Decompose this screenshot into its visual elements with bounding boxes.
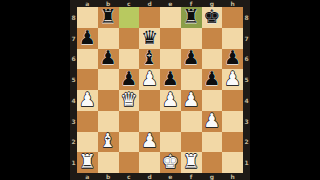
square-g5[interactable]: ♟ [202,69,223,90]
file-label: a [77,173,98,180]
square-d6[interactable]: ♝ [139,49,160,70]
file-label: f [181,173,202,180]
square-d7[interactable]: ♛ [139,28,160,49]
file-label: d [139,0,160,7]
black-queen[interactable]: ♛ [141,28,158,47]
file-label: e [160,0,181,7]
square-e8[interactable] [160,7,181,28]
square-d4[interactable] [139,90,160,111]
square-d8[interactable] [139,7,160,28]
square-b7[interactable] [98,28,119,49]
square-b6[interactable]: ♟ [98,49,119,70]
file-label: e [160,173,181,180]
square-f2[interactable] [181,132,202,153]
square-f8[interactable]: ♜ [181,7,202,28]
rank-label: 2 [70,132,77,153]
rank-labels-left: 87654321 [70,7,77,173]
square-f3[interactable] [181,111,202,132]
square-g8[interactable]: ♚ [202,7,223,28]
rank-label: 7 [70,28,77,49]
white-bishop[interactable]: ♝ [100,131,117,150]
white-pawn[interactable]: ♟ [224,69,241,88]
square-h2[interactable] [222,132,243,153]
white-rook[interactable]: ♜ [183,152,200,171]
square-c6[interactable] [119,49,140,70]
rank-label: 5 [70,69,77,90]
rank-label: 1 [243,152,250,173]
white-pawn[interactable]: ♟ [79,90,96,109]
black-pawn[interactable]: ♟ [162,69,179,88]
square-a2[interactable] [77,132,98,153]
square-a8[interactable] [77,7,98,28]
square-c4[interactable]: ♛ [119,90,140,111]
black-bishop[interactable]: ♝ [141,48,158,67]
square-a4[interactable]: ♟ [77,90,98,111]
square-a5[interactable] [77,69,98,90]
rank-label: 3 [243,111,250,132]
square-f1[interactable]: ♜ [181,152,202,173]
file-label: a [77,0,98,7]
rank-label: 7 [243,28,250,49]
chess-board: abcdefgh abcdefgh 87654321 87654321 ♜♜♚♟… [70,0,250,180]
square-d1[interactable] [139,152,160,173]
square-a7[interactable]: ♟ [77,28,98,49]
square-c8[interactable] [119,7,140,28]
square-h8[interactable] [222,7,243,28]
square-e4[interactable]: ♟ [160,90,181,111]
white-pawn[interactable]: ♟ [183,90,200,109]
square-g7[interactable] [202,28,223,49]
black-pawn[interactable]: ♟ [100,48,117,67]
square-e3[interactable] [160,111,181,132]
black-pawn[interactable]: ♟ [120,69,137,88]
square-g1[interactable] [202,152,223,173]
white-king[interactable]: ♚ [162,152,179,171]
square-c7[interactable] [119,28,140,49]
square-e1[interactable]: ♚ [160,152,181,173]
white-pawn[interactable]: ♟ [162,90,179,109]
square-h6[interactable]: ♟ [222,49,243,70]
black-rook[interactable]: ♜ [183,7,200,26]
square-c1[interactable] [119,152,140,173]
square-b2[interactable]: ♝ [98,132,119,153]
square-f5[interactable] [181,69,202,90]
black-pawn[interactable]: ♟ [183,48,200,67]
rank-label: 3 [70,111,77,132]
square-b1[interactable] [98,152,119,173]
rank-label: 1 [70,152,77,173]
file-label: g [202,173,223,180]
rank-label: 4 [70,90,77,111]
square-h7[interactable] [222,28,243,49]
file-label: c [119,173,140,180]
square-h5[interactable]: ♟ [222,69,243,90]
file-labels-bottom: abcdefgh [77,173,243,180]
black-pawn[interactable]: ♟ [224,48,241,67]
letterbox-background: abcdefgh abcdefgh 87654321 87654321 ♜♜♚♟… [0,0,320,180]
file-label: b [98,173,119,180]
rank-labels-right: 87654321 [243,7,250,173]
rank-label: 6 [70,49,77,70]
file-label: d [139,173,160,180]
square-b5[interactable] [98,69,119,90]
square-g2[interactable] [202,132,223,153]
square-f4[interactable]: ♟ [181,90,202,111]
square-g3[interactable]: ♟ [202,111,223,132]
square-d5[interactable]: ♟ [139,69,160,90]
square-a6[interactable] [77,49,98,70]
black-pawn[interactable]: ♟ [203,69,220,88]
square-a1[interactable]: ♜ [77,152,98,173]
white-pawn[interactable]: ♟ [141,131,158,150]
square-e6[interactable] [160,49,181,70]
square-f6[interactable]: ♟ [181,49,202,70]
black-pawn[interactable]: ♟ [79,28,96,47]
square-f7[interactable] [181,28,202,49]
file-label: c [119,0,140,7]
square-b3[interactable] [98,111,119,132]
rank-label: 8 [243,7,250,28]
square-g6[interactable] [202,49,223,70]
square-d2[interactable]: ♟ [139,132,160,153]
file-label: h [222,0,243,7]
square-d3[interactable] [139,111,160,132]
square-h4[interactable] [222,90,243,111]
square-c3[interactable] [119,111,140,132]
square-e5[interactable]: ♟ [160,69,181,90]
black-rook[interactable]: ♜ [100,7,117,26]
square-h3[interactable] [222,111,243,132]
white-pawn[interactable]: ♟ [203,111,220,130]
square-c5[interactable]: ♟ [119,69,140,90]
square-e2[interactable] [160,132,181,153]
square-b8[interactable]: ♜ [98,7,119,28]
rank-label: 4 [243,90,250,111]
square-g4[interactable] [202,90,223,111]
rank-label: 8 [70,7,77,28]
rank-label: 5 [243,69,250,90]
file-label: h [222,173,243,180]
square-e7[interactable] [160,28,181,49]
white-pawn[interactable]: ♟ [141,69,158,88]
square-h1[interactable] [222,152,243,173]
square-b4[interactable] [98,90,119,111]
square-a3[interactable] [77,111,98,132]
black-king[interactable]: ♚ [203,7,220,26]
square-c2[interactable] [119,132,140,153]
board-squares: ♜♜♚♟♛♟♝♟♟♟♟♟♟♟♟♛♟♟♟♝♟♜♚♜ [77,7,243,173]
rank-label: 6 [243,49,250,70]
rank-label: 2 [243,132,250,153]
white-queen[interactable]: ♛ [120,90,137,109]
white-rook[interactable]: ♜ [79,152,96,171]
